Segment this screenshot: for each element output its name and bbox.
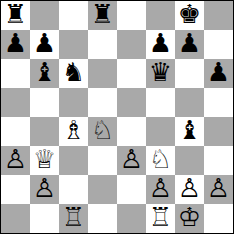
square-e5[interactable]	[117, 88, 146, 117]
square-a8[interactable]: ♜	[1, 1, 30, 30]
square-b6[interactable]: ♝	[30, 59, 59, 88]
piece-white-king[interactable]: ♔	[178, 204, 201, 232]
square-g8[interactable]: ♚	[175, 1, 204, 30]
square-b2[interactable]: ♙	[30, 175, 59, 204]
piece-black-queen[interactable]: ♛	[149, 59, 172, 87]
square-e7[interactable]	[117, 30, 146, 59]
square-c2[interactable]	[59, 175, 88, 204]
square-f3[interactable]: ♘	[146, 146, 175, 175]
square-g4[interactable]: ♝	[175, 117, 204, 146]
square-h3[interactable]	[204, 146, 233, 175]
piece-black-bishop[interactable]: ♝	[33, 59, 56, 87]
square-e1[interactable]	[117, 204, 146, 233]
square-f1[interactable]: ♖	[146, 204, 175, 233]
square-d5[interactable]	[88, 88, 117, 117]
square-e4[interactable]	[117, 117, 146, 146]
square-g2[interactable]: ♙	[175, 175, 204, 204]
square-c6[interactable]: ♞	[59, 59, 88, 88]
square-a1[interactable]	[1, 204, 30, 233]
square-f4[interactable]	[146, 117, 175, 146]
square-a3[interactable]: ♙	[1, 146, 30, 175]
square-c7[interactable]	[59, 30, 88, 59]
square-c4[interactable]: ♗	[59, 117, 88, 146]
piece-black-pawn[interactable]: ♟	[207, 59, 230, 87]
square-a6[interactable]	[1, 59, 30, 88]
square-c3[interactable]	[59, 146, 88, 175]
piece-white-queen[interactable]: ♕	[33, 146, 56, 174]
square-h2[interactable]: ♙	[204, 175, 233, 204]
square-c8[interactable]	[59, 1, 88, 30]
square-d2[interactable]	[88, 175, 117, 204]
square-h7[interactable]	[204, 30, 233, 59]
piece-white-pawn[interactable]: ♙	[178, 175, 201, 203]
piece-white-pawn[interactable]: ♙	[207, 175, 230, 203]
square-b5[interactable]	[30, 88, 59, 117]
square-b7[interactable]: ♟	[30, 30, 59, 59]
square-f2[interactable]: ♙	[146, 175, 175, 204]
square-b8[interactable]	[30, 1, 59, 30]
square-h1[interactable]	[204, 204, 233, 233]
piece-black-rook[interactable]: ♜	[4, 1, 27, 29]
piece-black-bishop[interactable]: ♝	[178, 117, 201, 145]
square-g7[interactable]: ♟	[175, 30, 204, 59]
square-g3[interactable]	[175, 146, 204, 175]
piece-white-pawn[interactable]: ♙	[33, 175, 56, 203]
piece-black-pawn[interactable]: ♟	[4, 30, 27, 58]
piece-black-pawn[interactable]: ♟	[149, 30, 172, 58]
square-h8[interactable]	[204, 1, 233, 30]
square-c5[interactable]	[59, 88, 88, 117]
square-f8[interactable]	[146, 1, 175, 30]
piece-black-knight[interactable]: ♞	[62, 59, 85, 87]
square-d1[interactable]	[88, 204, 117, 233]
square-d4[interactable]: ♘	[88, 117, 117, 146]
square-f6[interactable]: ♛	[146, 59, 175, 88]
square-g5[interactable]	[175, 88, 204, 117]
square-c1[interactable]: ♖	[59, 204, 88, 233]
chess-diagram: ♜♜♚♟♟♟♟♝♞♛♟♗♘♝♙♕♙♘♙♙♙♙♖♖♔	[0, 0, 234, 234]
piece-white-knight[interactable]: ♘	[149, 146, 172, 174]
square-b3[interactable]: ♕	[30, 146, 59, 175]
piece-white-rook[interactable]: ♖	[62, 204, 85, 232]
piece-black-king[interactable]: ♚	[178, 1, 201, 29]
square-a4[interactable]	[1, 117, 30, 146]
piece-white-pawn[interactable]: ♙	[149, 175, 172, 203]
square-d3[interactable]	[88, 146, 117, 175]
square-e2[interactable]	[117, 175, 146, 204]
piece-black-rook[interactable]: ♜	[91, 1, 114, 29]
square-a7[interactable]: ♟	[1, 30, 30, 59]
square-e8[interactable]	[117, 1, 146, 30]
piece-white-knight[interactable]: ♘	[91, 117, 114, 145]
square-g1[interactable]: ♔	[175, 204, 204, 233]
square-d7[interactable]	[88, 30, 117, 59]
square-d8[interactable]: ♜	[88, 1, 117, 30]
piece-black-pawn[interactable]: ♟	[178, 30, 201, 58]
square-g6[interactable]	[175, 59, 204, 88]
square-h6[interactable]: ♟	[204, 59, 233, 88]
square-h4[interactable]	[204, 117, 233, 146]
square-e3[interactable]: ♙	[117, 146, 146, 175]
square-a2[interactable]	[1, 175, 30, 204]
chess-board: ♜♜♚♟♟♟♟♝♞♛♟♗♘♝♙♕♙♘♙♙♙♙♖♖♔	[0, 0, 234, 234]
piece-white-bishop[interactable]: ♗	[62, 117, 85, 145]
square-b1[interactable]	[30, 204, 59, 233]
piece-white-rook[interactable]: ♖	[149, 204, 172, 232]
square-f5[interactable]	[146, 88, 175, 117]
piece-white-pawn[interactable]: ♙	[4, 146, 27, 174]
square-d6[interactable]	[88, 59, 117, 88]
piece-white-pawn[interactable]: ♙	[120, 146, 143, 174]
square-a5[interactable]	[1, 88, 30, 117]
square-b4[interactable]	[30, 117, 59, 146]
piece-black-pawn[interactable]: ♟	[33, 30, 56, 58]
square-f7[interactable]: ♟	[146, 30, 175, 59]
square-h5[interactable]	[204, 88, 233, 117]
square-e6[interactable]	[117, 59, 146, 88]
